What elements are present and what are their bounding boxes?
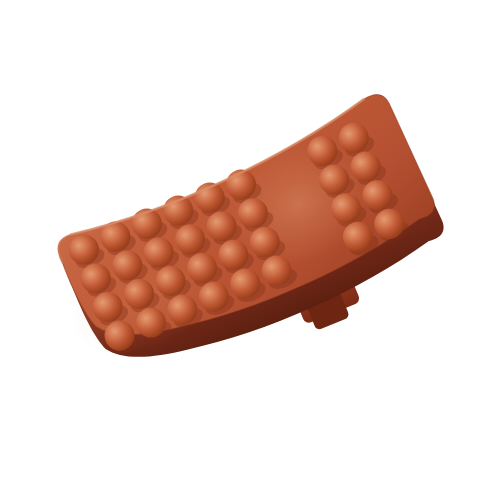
product-photo: Product photo of a terracotta-orange rub…	[0, 0, 480, 480]
pad-group	[33, 89, 463, 417]
pad-illustration	[0, 0, 480, 480]
